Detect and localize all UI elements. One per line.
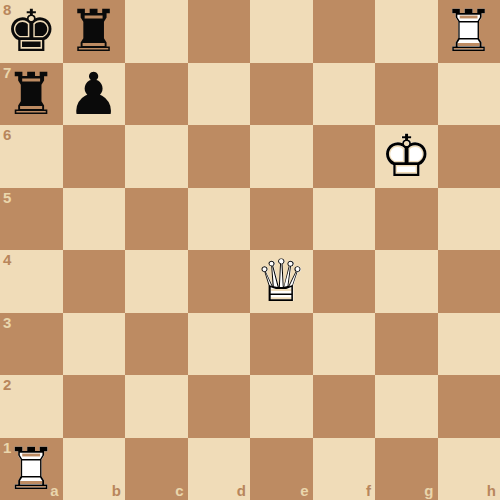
square-d8[interactable] xyxy=(188,0,251,63)
square-e7[interactable] xyxy=(250,63,313,126)
square-a3[interactable]: 3 xyxy=(0,313,63,376)
square-f7[interactable] xyxy=(313,63,376,126)
square-f1[interactable]: f xyxy=(313,438,376,500)
white-rook[interactable]: ♜♖ xyxy=(0,438,63,500)
square-d4[interactable] xyxy=(188,250,251,313)
square-h5[interactable] xyxy=(438,188,500,251)
square-b1[interactable]: b xyxy=(63,438,126,500)
square-a7[interactable]: 7♜ xyxy=(0,63,63,126)
square-c7[interactable] xyxy=(125,63,188,126)
square-g7[interactable] xyxy=(375,63,438,126)
rank-label-5: 5 xyxy=(3,190,11,205)
square-d5[interactable] xyxy=(188,188,251,251)
square-c5[interactable] xyxy=(125,188,188,251)
square-h1[interactable]: h xyxy=(438,438,500,500)
square-h4[interactable] xyxy=(438,250,500,313)
square-g1[interactable]: g xyxy=(375,438,438,500)
white-king[interactable]: ♚♔ xyxy=(375,125,438,188)
file-label-c: c xyxy=(175,483,183,498)
square-a8[interactable]: 8♚ xyxy=(0,0,63,63)
square-g6[interactable]: ♚♔ xyxy=(375,125,438,188)
black-king[interactable]: ♚ xyxy=(0,0,63,63)
square-b2[interactable] xyxy=(63,375,126,438)
square-e2[interactable] xyxy=(250,375,313,438)
square-e5[interactable] xyxy=(250,188,313,251)
square-g4[interactable] xyxy=(375,250,438,313)
square-c6[interactable] xyxy=(125,125,188,188)
square-b5[interactable] xyxy=(63,188,126,251)
square-g3[interactable] xyxy=(375,313,438,376)
square-c8[interactable] xyxy=(125,0,188,63)
square-e8[interactable] xyxy=(250,0,313,63)
white-rook[interactable]: ♜♖ xyxy=(438,0,500,63)
rank-label-6: 6 xyxy=(3,127,11,142)
square-c1[interactable]: c xyxy=(125,438,188,500)
square-g5[interactable] xyxy=(375,188,438,251)
square-b8[interactable]: ♜ xyxy=(63,0,126,63)
square-g2[interactable] xyxy=(375,375,438,438)
file-label-e: e xyxy=(300,483,308,498)
square-b7[interactable]: ♟ xyxy=(63,63,126,126)
square-d1[interactable]: d xyxy=(188,438,251,500)
square-c3[interactable] xyxy=(125,313,188,376)
rank-label-3: 3 xyxy=(3,315,11,330)
rank-label-4: 4 xyxy=(3,252,11,267)
square-d2[interactable] xyxy=(188,375,251,438)
square-f4[interactable] xyxy=(313,250,376,313)
square-f5[interactable] xyxy=(313,188,376,251)
square-e6[interactable] xyxy=(250,125,313,188)
square-e3[interactable] xyxy=(250,313,313,376)
black-rook[interactable]: ♜ xyxy=(0,63,63,126)
square-a1[interactable]: 1a♜♖ xyxy=(0,438,63,500)
square-a4[interactable]: 4 xyxy=(0,250,63,313)
square-f3[interactable] xyxy=(313,313,376,376)
black-pawn[interactable]: ♟ xyxy=(63,63,126,126)
file-label-f: f xyxy=(366,483,371,498)
square-h2[interactable] xyxy=(438,375,500,438)
square-b4[interactable] xyxy=(63,250,126,313)
file-label-d: d xyxy=(237,483,246,498)
square-f6[interactable] xyxy=(313,125,376,188)
square-a2[interactable]: 2 xyxy=(0,375,63,438)
square-d7[interactable] xyxy=(188,63,251,126)
square-b6[interactable] xyxy=(63,125,126,188)
square-g8[interactable] xyxy=(375,0,438,63)
square-f8[interactable] xyxy=(313,0,376,63)
white-queen[interactable]: ♛♕ xyxy=(250,250,313,313)
square-b3[interactable] xyxy=(63,313,126,376)
square-c2[interactable] xyxy=(125,375,188,438)
black-rook[interactable]: ♜ xyxy=(63,0,126,63)
square-h8[interactable]: ♜♖ xyxy=(438,0,500,63)
file-label-g: g xyxy=(424,483,433,498)
square-h6[interactable] xyxy=(438,125,500,188)
square-e1[interactable]: e xyxy=(250,438,313,500)
file-label-b: b xyxy=(112,483,121,498)
rank-label-2: 2 xyxy=(3,377,11,392)
square-h7[interactable] xyxy=(438,63,500,126)
square-f2[interactable] xyxy=(313,375,376,438)
square-h3[interactable] xyxy=(438,313,500,376)
square-d3[interactable] xyxy=(188,313,251,376)
square-c4[interactable] xyxy=(125,250,188,313)
square-a6[interactable]: 6 xyxy=(0,125,63,188)
square-e4[interactable]: ♛♕ xyxy=(250,250,313,313)
square-d6[interactable] xyxy=(188,125,251,188)
file-label-h: h xyxy=(487,483,496,498)
chess-board: 8♚♜♜♖7♜♟6♚♔54♛♕321a♜♖bcdefgh xyxy=(0,0,500,500)
square-a5[interactable]: 5 xyxy=(0,188,63,251)
